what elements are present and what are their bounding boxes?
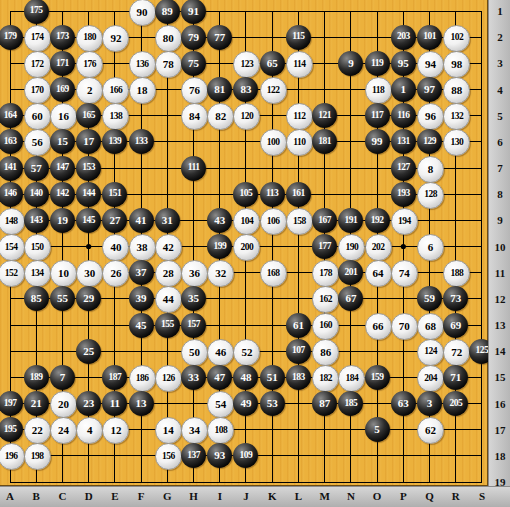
stone-black-167[interactable]: 167 [312,208,337,233]
stone-white-172[interactable]: 172 [24,51,51,78]
move-number: 46 [215,347,226,358]
move-number: 88 [451,85,462,96]
move-number: 169 [56,85,69,95]
stone-black-116[interactable]: 116 [391,103,416,128]
stone-black-13[interactable]: 13 [129,391,154,416]
move-number: 42 [163,242,174,253]
stone-black-3[interactable]: 3 [417,391,442,416]
move-number: 113 [266,189,278,199]
stone-black-151[interactable]: 151 [102,182,127,207]
stone-white-174[interactable]: 174 [24,25,51,52]
move-number: 47 [214,372,225,383]
move-number: 117 [371,111,383,121]
stone-white-60[interactable]: 60 [24,103,51,130]
go-board[interactable]: 1759089911791741731809280797711520310110… [0,0,488,486]
stone-black-25[interactable]: 25 [76,339,101,364]
stone-white-102[interactable]: 102 [443,25,470,52]
stone-black-117[interactable]: 117 [365,103,390,128]
hoshi-point [401,244,406,249]
stone-black-193[interactable]: 193 [391,182,416,207]
stone-white-156[interactable]: 156 [155,443,182,470]
move-number: 71 [450,372,461,383]
move-number: 205 [449,399,462,409]
move-number: 199 [213,242,226,252]
move-number: 136 [136,60,149,70]
stone-white-184[interactable]: 184 [338,365,365,392]
move-number: 198 [31,452,44,462]
move-number: 197 [4,399,17,409]
stone-white-2[interactable]: 2 [76,77,103,104]
stone-white-44[interactable]: 44 [155,286,182,313]
stone-black-189[interactable]: 189 [24,365,49,390]
stone-white-196[interactable]: 196 [0,443,25,470]
stone-black-91[interactable]: 91 [181,0,206,24]
move-number: 83 [240,84,251,95]
stone-black-192[interactable]: 192 [365,208,390,233]
move-number: 106 [267,217,280,227]
move-number: 185 [345,399,358,409]
move-number: 48 [240,372,251,383]
move-number: 105 [240,189,253,199]
move-number: 107 [292,346,305,356]
move-number: 165 [82,111,95,121]
move-number: 90 [137,7,148,18]
stone-black-147[interactable]: 147 [50,156,75,181]
stone-white-56[interactable]: 56 [24,129,51,156]
stone-black-203[interactable]: 203 [391,25,416,50]
stone-black-97[interactable]: 97 [417,77,442,102]
col-label-I: I [210,490,230,502]
stone-white-72[interactable]: 72 [443,339,470,366]
move-number: 192 [371,216,384,226]
stone-black-21[interactable]: 21 [24,391,49,416]
stone-white-180[interactable]: 180 [76,25,103,52]
stone-white-98[interactable]: 98 [443,51,470,78]
move-number: 99 [372,136,383,147]
stone-white-176[interactable]: 176 [76,51,103,78]
move-number: 27 [109,215,120,226]
stone-white-202[interactable]: 202 [365,234,392,261]
stone-white-112[interactable]: 112 [286,103,313,130]
move-number: 21 [31,398,42,409]
move-number: 44 [163,294,174,305]
col-label-G: G [157,490,177,502]
move-number: 57 [31,163,42,174]
move-number: 186 [136,374,149,384]
col-label-F: F [131,490,151,502]
stone-white-160[interactable]: 160 [312,313,339,340]
stone-black-75[interactable]: 75 [181,51,206,76]
move-number: 60 [32,111,43,122]
stone-black-101[interactable]: 101 [417,25,442,50]
stone-black-39[interactable]: 39 [129,286,154,311]
move-number: 204 [424,374,437,384]
move-number: 104 [241,217,254,227]
move-number: 141 [4,163,17,173]
stone-white-20[interactable]: 20 [50,391,77,418]
move-number: 133 [135,137,148,147]
move-number: 102 [450,33,463,43]
move-number: 138 [110,112,123,122]
move-number: 22 [32,425,43,436]
move-number: 24 [58,425,69,436]
stone-black-53[interactable]: 53 [260,391,285,416]
stone-black-95[interactable]: 95 [391,51,416,76]
stone-white-78[interactable]: 78 [155,51,182,78]
move-number: 158 [293,217,306,227]
stone-black-141[interactable]: 141 [0,156,23,181]
stone-white-96[interactable]: 96 [417,103,444,130]
stone-white-198[interactable]: 198 [24,443,51,470]
move-number: 13 [136,398,147,409]
move-number: 10 [58,268,69,279]
move-number: 95 [398,58,409,69]
move-number: 52 [241,347,252,358]
stone-white-118[interactable]: 118 [365,77,392,104]
stone-white-80[interactable]: 80 [155,25,182,52]
stone-white-128[interactable]: 128 [417,182,444,209]
move-number: 63 [398,398,409,409]
stone-white-126[interactable]: 126 [155,365,182,392]
stone-white-50[interactable]: 50 [181,339,208,366]
move-number: 172 [31,60,44,70]
stone-black-159[interactable]: 159 [365,365,390,390]
stone-black-89[interactable]: 89 [155,0,180,24]
stone-black-153[interactable]: 153 [76,156,101,181]
move-number: 115 [292,32,304,42]
move-number: 183 [292,373,305,383]
move-number: 194 [398,217,411,227]
stone-white-64[interactable]: 64 [365,260,392,287]
stone-white-10[interactable]: 10 [50,260,77,287]
stone-black-144[interactable]: 144 [76,182,101,207]
stone-white-86[interactable]: 86 [312,339,339,366]
stone-black-47[interactable]: 47 [207,365,232,390]
move-number: 7 [60,372,66,383]
move-number: 19 [57,215,68,226]
col-label-B: B [26,490,46,502]
row-label-3: 3 [490,57,510,69]
stone-black-99[interactable]: 99 [365,129,390,154]
col-label-C: C [52,490,72,502]
move-number: 195 [4,425,17,435]
move-number: 109 [240,451,253,461]
stone-black-155[interactable]: 155 [155,313,180,338]
hoshi-point [86,244,91,249]
stone-black-69[interactable]: 69 [443,313,468,338]
stone-black-173[interactable]: 173 [50,25,75,50]
move-number: 196 [5,452,18,462]
stone-black-113[interactable]: 113 [260,182,285,207]
move-number: 184 [346,374,359,384]
move-number: 35 [188,293,199,304]
stone-black-145[interactable]: 145 [76,208,101,233]
move-number: 45 [136,320,147,331]
move-number: 181 [318,137,331,147]
move-number: 182 [319,374,332,384]
move-number: 73 [450,293,461,304]
stone-white-114[interactable]: 114 [286,51,313,78]
stone-white-70[interactable]: 70 [391,313,418,340]
move-number: 128 [424,190,437,200]
stone-white-42[interactable]: 42 [155,234,182,261]
move-number: 31 [162,215,173,226]
stone-white-124[interactable]: 124 [417,339,444,366]
stone-black-41[interactable]: 41 [129,208,154,233]
row-label-4: 4 [490,84,510,96]
stone-black-1[interactable]: 1 [391,77,416,102]
stone-white-28[interactable]: 28 [155,260,182,287]
move-number: 168 [267,269,280,279]
stone-white-158[interactable]: 158 [286,208,313,235]
stone-black-142[interactable]: 142 [50,182,75,207]
move-number: 41 [136,215,147,226]
stone-black-127[interactable]: 127 [391,156,416,181]
row-label-9: 9 [490,214,510,226]
stone-black-195[interactable]: 195 [0,417,23,442]
stone-black-43[interactable]: 43 [207,208,232,233]
stone-white-150[interactable]: 150 [24,234,51,261]
move-number: 53 [267,398,278,409]
stone-white-100[interactable]: 100 [260,129,287,156]
stone-black-157[interactable]: 157 [181,313,206,338]
move-number: 3 [427,398,433,409]
stone-black-31[interactable]: 31 [155,208,180,233]
stone-white-6[interactable]: 6 [417,234,444,261]
move-number: 76 [189,85,200,96]
stone-black-57[interactable]: 57 [24,156,49,181]
col-label-M: M [315,490,335,502]
move-number: 14 [163,425,174,436]
move-number: 32 [215,268,226,279]
col-label-H: H [184,490,204,502]
move-number: 146 [4,189,17,199]
stone-white-94[interactable]: 94 [417,51,444,78]
move-number: 20 [58,399,69,410]
move-number: 180 [83,33,96,43]
stone-black-179[interactable]: 179 [0,25,23,50]
row-label-18: 18 [490,450,510,462]
stone-black-45[interactable]: 45 [129,313,154,338]
col-label-O: O [367,490,387,502]
move-number: 110 [293,138,305,148]
move-number: 108 [214,426,227,436]
stone-black-197[interactable]: 197 [0,391,23,416]
col-label-N: N [341,490,361,502]
stone-white-154[interactable]: 154 [0,234,25,261]
stone-black-105[interactable]: 105 [233,182,258,207]
move-number: 72 [451,347,462,358]
stone-white-92[interactable]: 92 [102,25,129,52]
row-label-12: 12 [490,293,510,305]
move-number: 56 [32,137,43,148]
move-number: 75 [188,58,199,69]
stone-white-24[interactable]: 24 [50,417,77,444]
stone-white-204[interactable]: 204 [417,365,444,392]
stone-black-33[interactable]: 33 [181,365,206,390]
move-number: 61 [293,320,304,331]
move-number: 144 [82,189,95,199]
move-number: 193 [397,189,410,199]
stone-white-168[interactable]: 168 [260,260,287,287]
move-number: 78 [163,59,174,70]
col-label-Q: Q [420,490,440,502]
stone-black-133[interactable]: 133 [129,129,154,154]
stone-black-87[interactable]: 87 [312,391,337,416]
stone-white-14[interactable]: 14 [155,417,182,444]
stone-white-182[interactable]: 182 [312,365,339,392]
stone-white-76[interactable]: 76 [181,77,208,104]
move-number: 82 [215,111,226,122]
move-number: 111 [188,163,200,173]
stone-white-68[interactable]: 68 [417,313,444,340]
col-label-S: S [472,490,492,502]
move-number: 191 [345,216,358,226]
stone-white-186[interactable]: 186 [129,365,156,392]
stone-white-194[interactable]: 194 [391,208,418,235]
move-number: 155 [161,320,174,330]
stone-black-65[interactable]: 65 [260,51,285,76]
stone-white-52[interactable]: 52 [233,339,260,366]
move-number: 33 [188,372,199,383]
stone-black-146[interactable]: 146 [0,182,23,207]
move-number: 143 [30,216,43,226]
stone-white-74[interactable]: 74 [391,260,418,287]
stone-black-37[interactable]: 37 [129,260,154,285]
row-label-2: 2 [490,31,510,43]
row-label-1: 1 [490,5,510,17]
move-number: 40 [110,242,121,253]
move-number: 94 [425,59,436,70]
stone-black-19[interactable]: 19 [50,208,75,233]
row-label-6: 6 [490,136,510,148]
move-number: 151 [109,189,122,199]
col-label-R: R [446,490,466,502]
move-number: 131 [397,137,410,147]
stone-black-175[interactable]: 175 [24,0,49,24]
stone-white-152[interactable]: 152 [0,260,25,287]
stone-black-143[interactable]: 143 [24,208,49,233]
stone-black-171[interactable]: 171 [50,51,75,76]
stone-black-5[interactable]: 5 [365,417,390,442]
stone-black-63[interactable]: 63 [391,391,416,416]
row-label-11: 11 [490,267,510,279]
stone-black-140[interactable]: 140 [24,182,49,207]
move-number: 190 [346,243,359,253]
stone-white-36[interactable]: 36 [181,260,208,287]
move-number: 118 [372,86,384,96]
move-number: 127 [397,163,410,173]
stone-white-136[interactable]: 136 [129,51,156,78]
move-number: 156 [162,452,175,462]
stone-black-131[interactable]: 131 [391,129,416,154]
row-label-7: 7 [490,162,510,174]
move-number: 120 [241,112,254,122]
move-number: 112 [293,112,305,122]
stone-black-85[interactable]: 85 [24,286,49,311]
move-number: 98 [451,59,462,70]
move-number: 30 [84,268,95,279]
row-label-19: 19 [490,476,510,488]
move-number: 101 [423,32,436,42]
move-number: 123 [241,60,254,70]
row-label-14: 14 [490,345,510,357]
stone-white-134[interactable]: 134 [24,260,51,287]
stone-black-61[interactable]: 61 [286,313,311,338]
move-number: 130 [450,138,463,148]
stone-black-161[interactable]: 161 [286,182,311,207]
stone-white-90[interactable]: 90 [129,0,156,26]
move-number: 15 [57,136,68,147]
stone-black-111[interactable]: 111 [181,156,206,181]
stone-black-115[interactable]: 115 [286,25,311,50]
move-number: 159 [371,373,384,383]
stone-black-77[interactable]: 77 [207,25,232,50]
move-number: 85 [31,293,42,304]
stone-black-71[interactable]: 71 [443,365,468,390]
move-number: 124 [424,347,437,357]
stone-black-177[interactable]: 177 [312,234,337,259]
row-label-10: 10 [490,241,510,253]
stone-black-23[interactable]: 23 [76,391,101,416]
stone-white-84[interactable]: 84 [181,103,208,130]
move-number: 18 [137,85,148,96]
stone-white-22[interactable]: 22 [24,417,51,444]
move-number: 29 [83,293,94,304]
row-label-5: 5 [490,110,510,122]
stone-black-79[interactable]: 79 [181,25,206,50]
move-number: 70 [399,321,410,332]
move-number: 38 [137,242,148,253]
move-number: 11 [110,398,120,409]
stone-black-183[interactable]: 183 [286,365,311,390]
stone-white-122[interactable]: 122 [260,77,287,104]
stone-white-38[interactable]: 38 [129,234,156,261]
move-number: 200 [241,243,254,253]
row-label-13: 13 [490,319,510,331]
move-number: 96 [425,111,436,122]
move-number: 150 [31,243,44,253]
stone-white-8[interactable]: 8 [417,156,444,183]
move-number: 1 [401,84,407,95]
move-number: 125 [476,346,489,356]
stone-black-7[interactable]: 7 [50,365,75,390]
stone-white-170[interactable]: 170 [24,77,51,104]
move-number: 89 [162,6,173,17]
stone-black-169[interactable]: 169 [50,77,75,102]
stone-black-164[interactable]: 164 [0,103,23,128]
stone-black-51[interactable]: 51 [260,365,285,390]
stone-white-18[interactable]: 18 [129,77,156,104]
stone-white-66[interactable]: 66 [365,313,392,340]
move-number: 68 [425,321,436,332]
move-number: 66 [373,321,384,332]
move-number: 122 [267,86,280,96]
stone-black-119[interactable]: 119 [365,51,390,76]
stone-black-107[interactable]: 107 [286,339,311,364]
move-number: 157 [187,320,200,330]
move-number: 69 [450,320,461,331]
stone-white-46[interactable]: 46 [207,339,234,366]
move-number: 161 [292,189,305,199]
stone-white-16[interactable]: 16 [50,103,77,130]
stone-white-106[interactable]: 106 [260,208,287,235]
stone-white-148[interactable]: 148 [0,208,25,235]
move-number: 140 [30,189,43,199]
move-number: 59 [424,293,435,304]
move-number: 134 [31,269,44,279]
move-number: 12 [110,425,121,436]
